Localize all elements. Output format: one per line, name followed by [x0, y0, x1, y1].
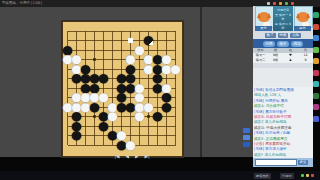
tray-icon[interactable] — [301, 174, 304, 177]
action-button[interactable]: 认输 — [290, 33, 301, 38]
table-row[interactable]: 狐友二8段♟9 — [253, 58, 313, 63]
star-point — [93, 58, 96, 61]
desktop-screen: 野狐围棋 - 对局中 [13路] ●●●●●●●●●●●●●●●●●●●●●●●… — [0, 0, 320, 180]
window-control-dot[interactable] — [291, 2, 294, 5]
desktop-icon[interactable] — [313, 93, 319, 99]
game-info-box: 对局信息黑 狐友一 9段白 狐友二 9段用时 20:00 — [273, 6, 293, 31]
action-button-row: 数子悔棋认输 — [254, 32, 312, 39]
tray-icon[interactable] — [311, 174, 314, 177]
tray-icon[interactable] — [306, 174, 309, 177]
game-panel: 黑方 对局信息黑 狐友一 9段白 狐友二 9段用时 20:00 白方 数子悔棋认… — [253, 6, 313, 167]
grid-line-v — [148, 31, 149, 145]
fox-ear-icon — [296, 13, 300, 18]
tool-button[interactable] — [243, 128, 250, 133]
info-line: 白 狐友二 9段 — [274, 22, 292, 31]
fox-mascot-icon — [297, 12, 309, 22]
desktop-icon[interactable] — [313, 12, 319, 18]
grid-line-v — [175, 31, 176, 145]
window-title: 野狐围棋 - 对局中 [13路] — [2, 1, 42, 5]
panel-tab[interactable]: 对局 — [263, 41, 275, 47]
table-cell: 狐友二 — [253, 58, 268, 63]
fox-ear-icon — [306, 13, 310, 18]
desktop-icon[interactable] — [313, 116, 319, 122]
square-marker — [128, 38, 133, 43]
nav-button[interactable]: ▶| — [144, 154, 149, 160]
window-control-dot[interactable] — [267, 2, 270, 5]
fox-mascot-icon — [258, 12, 270, 22]
table-cell: 9 — [298, 58, 313, 63]
grid-line-h — [68, 126, 176, 127]
white-player-name: 白方 — [294, 26, 311, 31]
star-point — [93, 115, 96, 118]
go-board[interactable]: ●●●●●●●●●●●●●●●●●●●●●●●●●●●●●●●●●●●●●●●●… — [62, 21, 183, 157]
desktop-icon[interactable] — [313, 104, 319, 110]
action-button[interactable]: 数子 — [265, 33, 276, 38]
taskbar — [0, 171, 320, 180]
spectator-table-empty — [253, 68, 313, 87]
spectator-table: 狐友一9段♥12狐友二8段♟9 — [253, 53, 313, 63]
desktop-icon-column — [313, 12, 320, 122]
desktop-icon[interactable] — [313, 81, 319, 87]
panel-tabs: 对局聊天观战 — [253, 39, 313, 48]
panel-tab[interactable]: 聊天 — [277, 41, 289, 47]
black-stone: ● — [71, 130, 82, 141]
tool-button[interactable] — [243, 135, 250, 140]
tool-button[interactable] — [243, 142, 250, 147]
table-cell: 8段 — [268, 58, 283, 63]
side-tools — [243, 128, 251, 147]
white-stone: ● — [170, 64, 181, 75]
desktop-icon[interactable] — [313, 35, 319, 41]
desktop-icon[interactable] — [313, 47, 319, 53]
desktop-icon[interactable] — [313, 70, 319, 76]
window-control-dot[interactable] — [273, 2, 276, 5]
move-navigation-toolbar: |◀◀▶▶| — [92, 154, 172, 160]
chat-input-bar: 发送 — [253, 158, 313, 167]
window-control-dot[interactable] — [279, 2, 282, 5]
panel-divider — [200, 7, 202, 157]
action-button[interactable]: 悔棋 — [278, 33, 289, 38]
table-cell: ♟ — [283, 58, 298, 63]
taskbar-item[interactable]: 对局中 — [280, 173, 294, 179]
white-player-avatar — [294, 6, 313, 28]
fox-ear-icon — [257, 13, 261, 18]
black-stone: ● — [152, 111, 163, 122]
star-point — [147, 115, 150, 118]
nav-button[interactable]: ◀ — [126, 154, 129, 160]
desktop-icon[interactable] — [313, 58, 319, 64]
white-stone: ● — [134, 111, 145, 122]
fox-ear-icon — [267, 13, 271, 18]
chat-message-list[interactable]: [系统] 欢迎来到野狐围棋观战人数 128 人[系统] 对局开始 黑先棋友A: … — [253, 87, 313, 158]
chat-input[interactable] — [255, 159, 297, 167]
nav-button[interactable]: |◀ — [115, 154, 120, 160]
white-stone: ● — [125, 140, 136, 151]
send-button[interactable]: 发送 — [298, 160, 308, 166]
info-line: 黑 狐友一 9段 — [274, 13, 292, 22]
last-move-triangle-marker — [148, 40, 153, 45]
taskbar-item[interactable]: 野狐围棋 — [254, 173, 271, 179]
black-player-name: 黑方 — [255, 26, 272, 31]
window-control-dot[interactable] — [285, 2, 288, 5]
black-player-avatar — [255, 6, 274, 28]
panel-tab[interactable]: 观战 — [291, 41, 303, 47]
desktop-icon[interactable] — [313, 24, 319, 30]
nav-button[interactable]: ▶ — [135, 154, 138, 160]
